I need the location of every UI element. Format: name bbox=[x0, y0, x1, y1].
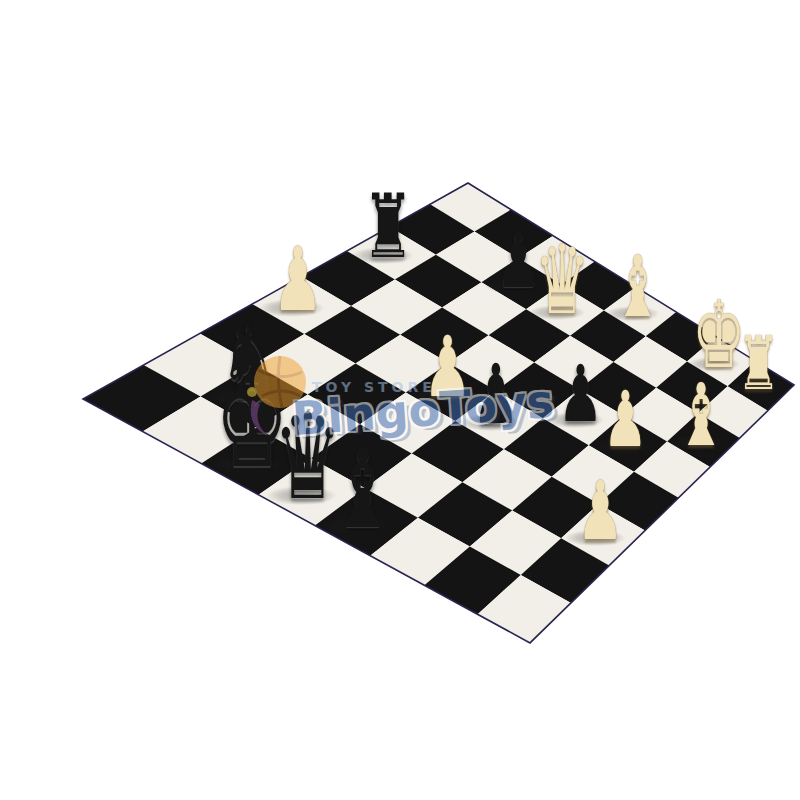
piece-white-bishop-e8[interactable]: ♝ bbox=[638, 314, 687, 369]
piece-black-rook-a6[interactable]: ♜ bbox=[388, 255, 439, 312]
piece-white-rook-h8[interactable]: ♜ bbox=[759, 388, 800, 436]
piece-white-pawn-h3[interactable]: ♟ bbox=[600, 538, 647, 591]
piece-white-pawn-g5[interactable]: ♟ bbox=[625, 446, 670, 496]
chess-set-product-photo: ♝♚♜♟♛♜♝♟♟♟♟♟♟♞♚♛♝ TOY STORE BingoToys bbox=[0, 0, 800, 800]
piece-white-bishop-h6[interactable]: ♝ bbox=[701, 443, 751, 499]
piece-white-pawn-a4[interactable]: ♟ bbox=[298, 308, 349, 365]
piece-black-pawn-e4[interactable]: ♟ bbox=[496, 423, 544, 476]
piece-black-bishop-e1[interactable]: ♝ bbox=[363, 525, 426, 596]
